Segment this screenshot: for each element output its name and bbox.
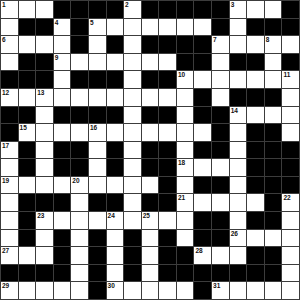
cell-r1c8[interactable] <box>142 19 159 36</box>
cell-r10c15-block <box>265 177 282 194</box>
cell-r11c4[interactable] <box>71 194 88 211</box>
cell-r6c14[interactable] <box>247 107 264 124</box>
cell-r15c10-block <box>177 265 194 282</box>
cell-r5c11-block <box>194 89 211 106</box>
cell-r4c15[interactable] <box>265 71 282 88</box>
clue-number: 24 <box>108 212 115 219</box>
cell-r1c12-block <box>212 19 229 36</box>
cell-r13c11-block <box>194 230 211 247</box>
cell-r1c7[interactable] <box>124 19 141 36</box>
cell-r7c12-block <box>212 124 229 141</box>
cell-r1c6[interactable] <box>107 19 124 36</box>
cell-r2c4-block <box>71 36 88 53</box>
cell-r11c2-block <box>36 194 53 211</box>
cell-r13c5-block <box>89 230 106 247</box>
cell-r0c4-block <box>71 1 88 18</box>
cell-r5c6[interactable] <box>107 89 124 106</box>
cell-r9c4-block <box>71 159 88 176</box>
cell-r3c7[interactable] <box>124 54 141 71</box>
cell-r7c13[interactable] <box>230 124 247 141</box>
cell-r13c15[interactable] <box>265 230 282 247</box>
cell-r3c6[interactable] <box>107 54 124 71</box>
cell-r10c11-block <box>194 177 211 194</box>
cell-r7c7[interactable] <box>124 124 141 141</box>
cell-r0c11-block <box>194 1 211 18</box>
cell-r0c6-block <box>107 1 124 18</box>
cell-r8c5[interactable] <box>89 142 106 159</box>
cell-r13c10[interactable] <box>177 230 194 247</box>
cell-r12c5[interactable] <box>89 212 106 229</box>
cell-r1c4-block <box>71 19 88 36</box>
cell-r4c8-block <box>142 71 159 88</box>
cell-r7c10[interactable] <box>177 124 194 141</box>
clue-number: 17 <box>2 142 9 149</box>
cell-r8c7[interactable] <box>124 142 141 159</box>
cell-r1c10[interactable] <box>177 19 194 36</box>
cell-r13c13[interactable]: 26 <box>230 230 247 247</box>
cell-r10c3[interactable] <box>54 177 71 194</box>
cell-r16c6[interactable]: 30 <box>107 282 124 299</box>
cell-r13c12-block <box>212 230 229 247</box>
cell-r1c0[interactable] <box>1 19 18 36</box>
cell-r8c4-block <box>71 142 88 159</box>
cell-r4c16[interactable]: 11 <box>282 71 299 88</box>
cell-r9c7[interactable] <box>124 159 141 176</box>
cell-r4c1-block <box>19 71 36 88</box>
clue-number: 14 <box>231 107 238 114</box>
cell-r14c8[interactable] <box>142 247 159 264</box>
cell-r6c10[interactable] <box>177 107 194 124</box>
cell-r0c3-block <box>54 1 71 18</box>
cell-r15c2-block <box>36 265 53 282</box>
cell-r12c12-block <box>212 212 229 229</box>
cell-r9c13[interactable] <box>230 159 247 176</box>
clue-number: 12 <box>2 89 9 96</box>
cell-r0c9-block <box>159 1 176 18</box>
cell-r6c4-block <box>71 107 88 124</box>
cell-r9c10[interactable]: 18 <box>177 159 194 176</box>
cell-r12c11-block <box>194 212 211 229</box>
cell-r3c5[interactable] <box>89 54 106 71</box>
cell-r16c13[interactable] <box>230 282 247 299</box>
cell-r7c15-block <box>265 124 282 141</box>
cell-r8c6-block <box>107 142 124 159</box>
cell-r15c12-block <box>212 265 229 282</box>
cell-r0c2[interactable] <box>36 1 53 18</box>
cell-r5c7[interactable] <box>124 89 141 106</box>
cell-r2c11-block <box>194 36 211 53</box>
cell-r4c4-block <box>71 71 88 88</box>
cell-r10c7[interactable] <box>124 177 141 194</box>
cell-r12c15-block <box>265 212 282 229</box>
cell-r10c12-block <box>212 177 229 194</box>
cell-r16c1[interactable] <box>19 282 36 299</box>
cell-r16c3[interactable] <box>54 282 71 299</box>
cell-r8c14-block <box>247 142 264 159</box>
cell-r1c16-block <box>282 19 299 36</box>
cell-r4c2-block <box>36 71 53 88</box>
cell-r14c14-block <box>247 247 264 264</box>
cell-r5c1[interactable] <box>19 89 36 106</box>
cell-r15c15-block <box>265 265 282 282</box>
cell-r5c16[interactable] <box>282 89 299 106</box>
cell-r4c3[interactable] <box>54 71 71 88</box>
cell-r16c11-block <box>194 282 211 299</box>
clue-number: 11 <box>283 71 290 78</box>
cell-r10c10[interactable] <box>177 177 194 194</box>
cell-r11c14[interactable] <box>247 194 264 211</box>
cell-r16c12[interactable]: 31 <box>212 282 229 299</box>
cell-r16c0[interactable]: 29 <box>1 282 18 299</box>
cell-r15c8[interactable] <box>142 265 159 282</box>
cell-r3c3[interactable]: 9 <box>54 54 71 71</box>
clue-number: 18 <box>178 159 185 166</box>
cell-r5c8[interactable] <box>142 89 159 106</box>
cell-r11c3-block <box>54 194 71 211</box>
cell-r7c2[interactable] <box>36 124 53 141</box>
cell-r16c9[interactable] <box>159 282 176 299</box>
cell-r9c14-block <box>247 159 264 176</box>
cell-r7c14-block <box>247 124 264 141</box>
cell-r6c0-block <box>1 107 18 124</box>
cell-r2c12[interactable]: 7 <box>212 36 229 53</box>
clue-number: 31 <box>213 282 220 289</box>
cell-r0c7[interactable]: 2 <box>124 1 141 18</box>
cell-r0c12-block <box>212 1 229 18</box>
cell-r0c1[interactable] <box>19 1 36 18</box>
cell-r7c4[interactable] <box>71 124 88 141</box>
clue-number: 2 <box>125 1 129 8</box>
cell-r7c9[interactable] <box>159 124 176 141</box>
cell-r13c8[interactable] <box>142 230 159 247</box>
cell-r1c14-block <box>247 19 264 36</box>
cell-r2c6-block <box>107 36 124 53</box>
cell-r6c7[interactable] <box>124 107 141 124</box>
cell-r7c11[interactable] <box>194 124 211 141</box>
cell-r13c2[interactable] <box>36 230 53 247</box>
cell-r13c16[interactable] <box>282 230 299 247</box>
cell-r2c2[interactable] <box>36 36 53 53</box>
cell-r1c15-block <box>265 19 282 36</box>
cell-r9c9-block <box>159 159 176 176</box>
cell-r13c9-block <box>159 230 176 247</box>
cell-r11c7[interactable] <box>124 194 141 211</box>
cell-r9c8-block <box>142 159 159 176</box>
cell-r2c3[interactable] <box>54 36 71 53</box>
cell-r3c12[interactable] <box>212 54 229 71</box>
cell-r10c4[interactable]: 20 <box>71 177 88 194</box>
cell-r5c12[interactable] <box>212 89 229 106</box>
cell-r15c5-block <box>89 265 106 282</box>
cell-r8c0[interactable]: 17 <box>1 142 18 159</box>
cell-r6c1-block <box>19 107 36 124</box>
cell-r13c0[interactable] <box>1 230 18 247</box>
cell-r1c3[interactable]: 4 <box>54 19 71 36</box>
cell-r2c15[interactable]: 8 <box>265 36 282 53</box>
clue-number: 16 <box>90 124 97 131</box>
cell-r0c16-block <box>282 1 299 18</box>
cell-r5c3[interactable] <box>54 89 71 106</box>
cell-r11c13[interactable] <box>230 194 247 211</box>
clue-number: 29 <box>2 282 9 289</box>
cell-r7c3[interactable] <box>54 124 71 141</box>
cell-r10c8[interactable] <box>142 177 159 194</box>
clue-number: 27 <box>2 247 9 254</box>
clue-number: 19 <box>2 177 9 184</box>
cell-r3c1-block <box>19 54 36 71</box>
cell-r10c13[interactable] <box>230 177 247 194</box>
cell-r3c11-block <box>194 54 211 71</box>
cell-r4c12[interactable] <box>212 71 229 88</box>
cell-r7c1[interactable]: 15 <box>19 124 36 141</box>
cell-r0c0[interactable]: 1 <box>1 1 18 18</box>
cell-r9c12[interactable] <box>212 159 229 176</box>
cell-r8c3-block <box>54 142 71 159</box>
cell-r10c0[interactable]: 19 <box>1 177 18 194</box>
cell-r8c2[interactable] <box>36 142 53 159</box>
cell-r6c5-block <box>89 107 106 124</box>
cell-r1c11[interactable] <box>194 19 211 36</box>
cell-r1c9[interactable] <box>159 19 176 36</box>
cell-r2c14[interactable] <box>247 36 264 53</box>
cell-r13c3-block <box>54 230 71 247</box>
cell-r15c9-block <box>159 265 176 282</box>
cell-r12c8[interactable]: 25 <box>142 212 159 229</box>
crossword-puzzle: 1234567891011121314151617181920212223242… <box>0 0 300 300</box>
cell-r9c1-block <box>19 159 36 176</box>
cell-r3c8[interactable] <box>142 54 159 71</box>
cell-r14c13[interactable] <box>230 247 247 264</box>
cell-r15c13-block <box>230 265 247 282</box>
cell-r12c0[interactable] <box>1 212 18 229</box>
cell-r5c14-block <box>247 89 264 106</box>
cell-r2c0[interactable]: 6 <box>1 36 18 53</box>
cell-r0c15[interactable] <box>265 1 282 18</box>
clue-number: 7 <box>213 36 217 43</box>
cell-r8c13[interactable] <box>230 142 247 159</box>
cell-r9c11[interactable] <box>194 159 211 176</box>
cell-r16c16[interactable] <box>282 282 299 299</box>
cell-r11c12[interactable] <box>212 194 229 211</box>
cell-r10c1[interactable] <box>19 177 36 194</box>
crossword-board: 1234567891011121314151617181920212223242… <box>0 0 300 300</box>
cell-r6c13[interactable]: 14 <box>230 107 247 124</box>
clue-number: 10 <box>178 71 185 78</box>
cell-r7c6[interactable] <box>107 124 124 141</box>
cell-r8c12-block <box>212 142 229 159</box>
cell-r5c10[interactable] <box>177 89 194 106</box>
cell-r4c10[interactable]: 10 <box>177 71 194 88</box>
cell-r2c10-block <box>177 36 194 53</box>
cell-r10c5[interactable] <box>89 177 106 194</box>
cell-r2c16[interactable] <box>282 36 299 53</box>
cell-r15c3-block <box>54 265 71 282</box>
cell-r6c12-block <box>212 107 229 124</box>
cell-r15c4[interactable] <box>71 265 88 282</box>
cell-r4c11[interactable] <box>194 71 211 88</box>
cell-r9c3-block <box>54 159 71 176</box>
cell-r6c9-block <box>159 107 176 124</box>
cell-r12c13[interactable] <box>230 212 247 229</box>
cell-r0c10-block <box>177 1 194 18</box>
cell-r11c10[interactable]: 21 <box>177 194 194 211</box>
cell-r12c6[interactable]: 24 <box>107 212 124 229</box>
cell-r9c2[interactable] <box>36 159 53 176</box>
cell-r4c7[interactable] <box>124 71 141 88</box>
cell-r12c3[interactable] <box>54 212 71 229</box>
cell-r15c11-block <box>194 265 211 282</box>
cell-r12c4[interactable] <box>71 212 88 229</box>
cell-r5c2[interactable]: 13 <box>36 89 53 106</box>
cell-r6c15[interactable] <box>265 107 282 124</box>
cell-r16c5-block <box>89 282 106 299</box>
cell-r5c9[interactable] <box>159 89 176 106</box>
cell-r8c10[interactable] <box>177 142 194 159</box>
cell-r14c15-block <box>265 247 282 264</box>
cell-r15c16[interactable] <box>282 265 299 282</box>
cell-r15c14-block <box>247 265 264 282</box>
cell-r13c14[interactable] <box>247 230 264 247</box>
cell-r11c11[interactable] <box>194 194 211 211</box>
cell-r4c13[interactable] <box>230 71 247 88</box>
cell-r0c8-block <box>142 1 159 18</box>
cell-r1c5[interactable]: 5 <box>89 19 106 36</box>
cell-r9c0[interactable] <box>1 159 18 176</box>
cell-r12c1-block <box>19 212 36 229</box>
cell-r1c1-block <box>19 19 36 36</box>
cell-r10c9-block <box>159 177 176 194</box>
cell-r6c16[interactable] <box>282 107 299 124</box>
cell-r12c14-block <box>247 212 264 229</box>
cell-r13c4[interactable] <box>71 230 88 247</box>
cell-r3c13-block <box>230 54 247 71</box>
cell-r3c4[interactable] <box>71 54 88 71</box>
cell-r10c14-block <box>247 177 264 194</box>
cell-r7c5[interactable]: 16 <box>89 124 106 141</box>
cell-r11c0[interactable] <box>1 194 18 211</box>
cell-r11c6-block <box>107 194 124 211</box>
cell-r5c5[interactable] <box>89 89 106 106</box>
cell-r14c11[interactable]: 28 <box>194 247 211 264</box>
cell-r3c15[interactable] <box>265 54 282 71</box>
cell-r4c0-block <box>1 71 18 88</box>
cell-r16c14[interactable] <box>247 282 264 299</box>
cell-r12c10[interactable] <box>177 212 194 229</box>
cell-r14c0[interactable]: 27 <box>1 247 18 264</box>
cell-r15c7-block <box>124 265 141 282</box>
cell-r6c11-block <box>194 107 211 124</box>
cell-r11c5-block <box>89 194 106 211</box>
cell-r7c16[interactable] <box>282 124 299 141</box>
cell-r16c4[interactable] <box>71 282 88 299</box>
cell-r1c13[interactable] <box>230 19 247 36</box>
cell-r14c12[interactable] <box>212 247 229 264</box>
cell-r3c2-block <box>36 54 53 71</box>
cell-r14c16[interactable] <box>282 247 299 264</box>
cell-r16c7[interactable] <box>124 282 141 299</box>
cell-r8c1-block <box>19 142 36 159</box>
cell-r4c6-block <box>107 71 124 88</box>
cell-r14c3-block <box>54 247 71 264</box>
cell-r16c2[interactable] <box>36 282 53 299</box>
cell-r2c9-block <box>159 36 176 53</box>
cell-r2c5[interactable] <box>89 36 106 53</box>
cell-r4c14[interactable] <box>247 71 264 88</box>
cell-r13c6[interactable] <box>107 230 124 247</box>
cell-r10c2[interactable] <box>36 177 53 194</box>
cell-r2c13[interactable] <box>230 36 247 53</box>
cell-r14c2[interactable] <box>36 247 53 264</box>
cell-r9c6-block <box>107 159 124 176</box>
cell-r3c0[interactable] <box>1 54 18 71</box>
clue-number: 28 <box>195 247 202 254</box>
cell-r12c16[interactable] <box>282 212 299 229</box>
cell-r16c15[interactable] <box>265 282 282 299</box>
cell-r6c3-block <box>54 107 71 124</box>
cell-r8c9-block <box>159 142 176 159</box>
cell-r14c5-block <box>89 247 106 264</box>
cell-r11c15-block <box>265 194 282 211</box>
cell-r3c14-block <box>247 54 264 71</box>
cell-r3c9[interactable] <box>159 54 176 71</box>
cell-r2c1[interactable] <box>19 36 36 53</box>
cell-r12c7[interactable] <box>124 212 141 229</box>
cell-r10c16-block <box>282 177 299 194</box>
cell-r10c6[interactable] <box>107 177 124 194</box>
cell-r0c14[interactable] <box>247 1 264 18</box>
cell-r7c8[interactable] <box>142 124 159 141</box>
clue-number: 6 <box>2 36 6 43</box>
cell-r14c7-block <box>124 247 141 264</box>
clue-number: 1 <box>2 1 6 8</box>
clue-number: 23 <box>37 212 44 219</box>
cell-r5c13-block <box>230 89 247 106</box>
cell-r15c6[interactable] <box>107 265 124 282</box>
cell-r9c15-block <box>265 159 282 176</box>
cell-r4c5-block <box>89 71 106 88</box>
cell-r16c10[interactable] <box>177 282 194 299</box>
cell-r9c16-block <box>282 159 299 176</box>
cell-r11c16[interactable]: 22 <box>282 194 299 211</box>
cell-r14c6[interactable] <box>107 247 124 264</box>
cell-r8c16-block <box>282 142 299 159</box>
clue-number: 13 <box>37 89 44 96</box>
clue-number: 4 <box>55 19 59 26</box>
cell-r8c8-block <box>142 142 159 159</box>
clue-number: 30 <box>108 282 115 289</box>
cell-r4c9-block <box>159 71 176 88</box>
clue-number: 5 <box>90 19 94 26</box>
cell-r5c4[interactable] <box>71 89 88 106</box>
cell-r2c8-block <box>142 36 159 53</box>
cell-r3c10-block <box>177 54 194 71</box>
clue-number: 21 <box>178 194 185 201</box>
cell-r11c8-block <box>142 194 159 211</box>
cell-r6c2[interactable] <box>36 107 53 124</box>
clue-number: 22 <box>283 194 290 201</box>
cell-r7c0-block <box>1 124 18 141</box>
cell-r0c13[interactable]: 3 <box>230 1 247 18</box>
cell-r2c7[interactable] <box>124 36 141 53</box>
cell-r12c9[interactable] <box>159 212 176 229</box>
cell-r9c5[interactable] <box>89 159 106 176</box>
cell-r14c1[interactable] <box>19 247 36 264</box>
cell-r12c2[interactable]: 23 <box>36 212 53 229</box>
cell-r16c8[interactable] <box>142 282 159 299</box>
cell-r14c4[interactable] <box>71 247 88 264</box>
cell-r5c0[interactable]: 12 <box>1 89 18 106</box>
cell-r8c15-block <box>265 142 282 159</box>
